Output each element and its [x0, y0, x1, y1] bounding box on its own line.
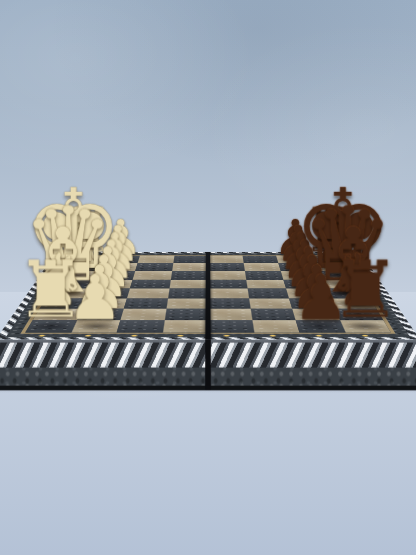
square-d4 [167, 289, 208, 299]
square-e6 [246, 280, 286, 289]
square-g2: ♟ [99, 263, 138, 271]
square-e2: ♟ [91, 280, 133, 289]
square-a8: ♜ [339, 320, 390, 332]
square-c6 [249, 298, 293, 309]
square-c3 [124, 298, 168, 309]
square-c2: ♟ [82, 298, 127, 309]
hinge-seam [205, 252, 211, 340]
square-f4 [170, 271, 208, 279]
square-b2: ♟ [77, 309, 124, 320]
board-front-edge [0, 340, 416, 390]
piece-black-knight-g8: ♞ [307, 208, 361, 268]
square-f2: ♟ [95, 271, 135, 279]
square-a1: ♜ [25, 320, 76, 332]
square-g7: ♟ [278, 263, 317, 271]
square-f1: ♝ [57, 271, 98, 279]
square-g3 [135, 263, 173, 271]
photo-scene: ♜♟♟♜♞♟♟♞♝♟♟♝♚♟♟♚♛♟♟♛♝♟♟♝♞♟♟♞♜♟♟♜ [0, 0, 416, 555]
square-h2: ♟ [102, 256, 139, 263]
square-d8: ♛ [325, 289, 370, 299]
square-e7: ♟ [283, 280, 325, 289]
square-d5 [208, 289, 249, 299]
square-g1: ♞ [62, 263, 102, 271]
square-f5 [208, 271, 246, 279]
square-b3 [120, 309, 166, 320]
piece-black-pawn-h7: ♟ [274, 213, 317, 261]
square-b6 [250, 309, 296, 320]
square-f6 [244, 271, 283, 279]
square-c8: ♝ [330, 298, 377, 309]
square-c5 [208, 298, 250, 309]
square-d6 [247, 289, 289, 299]
square-f3 [133, 271, 172, 279]
square-h5 [208, 256, 243, 263]
square-c4 [166, 298, 208, 309]
square-e4 [169, 280, 208, 289]
square-a2: ♟ [71, 320, 120, 332]
square-e5 [208, 280, 247, 289]
square-f7: ♟ [281, 271, 321, 279]
square-h7: ♟ [276, 256, 313, 263]
square-b7: ♟ [292, 309, 339, 320]
square-c1: ♝ [40, 298, 87, 309]
square-b5 [208, 309, 252, 320]
square-a4 [162, 320, 208, 332]
square-e3 [130, 280, 170, 289]
piece-white-pawn-h2: ♟ [99, 213, 142, 261]
square-c7: ♟ [289, 298, 334, 309]
square-b8: ♞ [334, 309, 383, 320]
square-e8: ♚ [321, 280, 364, 289]
square-d3 [127, 289, 169, 299]
square-b4 [164, 309, 208, 320]
square-g6 [243, 263, 281, 271]
piece-black-rook-h8: ♜ [303, 200, 357, 260]
piece-white-knight-g1: ♞ [55, 208, 109, 268]
perspective-scene: ♜♟♟♜♞♟♟♞♝♟♟♝♚♟♟♚♛♟♟♛♝♟♟♝♞♟♟♞♜♟♟♜ [0, 0, 416, 555]
chess-board: ♜♟♟♜♞♟♟♞♝♟♟♝♚♟♟♚♛♟♟♛♝♟♟♝♞♟♟♞♜♟♟♜ [0, 252, 416, 340]
square-a5 [208, 320, 254, 332]
square-d7: ♟ [286, 289, 329, 299]
square-g5 [208, 263, 244, 271]
piece-white-rook-h1: ♜ [59, 200, 113, 260]
square-h4 [173, 256, 208, 263]
square-a6 [252, 320, 300, 332]
square-h6 [242, 256, 278, 263]
square-a7: ♟ [296, 320, 345, 332]
square-e1: ♚ [52, 280, 95, 289]
square-a3 [117, 320, 165, 332]
square-g4 [172, 263, 208, 271]
square-g8: ♞ [314, 263, 354, 271]
square-h3 [138, 256, 174, 263]
hinge-seam-front [205, 340, 211, 390]
square-h1: ♜ [67, 256, 106, 263]
square-d2: ♟ [86, 289, 129, 299]
square-f8: ♝ [317, 271, 358, 279]
square-h8: ♜ [310, 256, 349, 263]
square-d1: ♛ [46, 289, 91, 299]
square-b1: ♞ [33, 309, 82, 320]
